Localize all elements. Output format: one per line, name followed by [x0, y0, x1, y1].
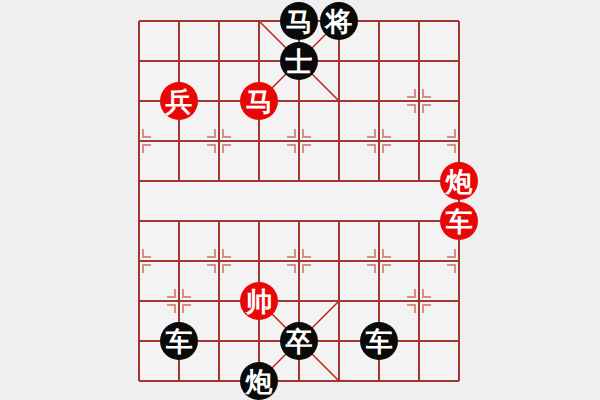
black-chariot-right-cell: 车: [359, 321, 399, 361]
black-general[interactable]: 将: [320, 2, 358, 40]
black-advisor[interactable]: 士: [280, 42, 318, 80]
red-chariot-cell: 车: [439, 201, 479, 241]
red-general[interactable]: 帅: [240, 282, 278, 320]
red-horse[interactable]: 马: [240, 82, 278, 120]
black-chariot-left-cell: 车: [159, 321, 199, 361]
black-chariot-left[interactable]: 车: [160, 322, 198, 360]
black-chariot-right[interactable]: 车: [360, 322, 398, 360]
red-soldier-cell: 兵: [159, 81, 199, 121]
black-soldier[interactable]: 卒: [280, 322, 318, 360]
red-cannon[interactable]: 炮: [440, 162, 478, 200]
black-advisor-cell: 士: [279, 41, 319, 81]
red-cannon-cell: 炮: [439, 161, 479, 201]
black-horse-cell: 马: [279, 1, 319, 41]
red-soldier[interactable]: 兵: [160, 82, 198, 120]
red-chariot[interactable]: 车: [440, 202, 478, 240]
red-general-cell: 帅: [239, 281, 279, 321]
red-horse-cell: 马: [239, 81, 279, 121]
black-general-cell: 将: [319, 1, 359, 41]
board-intersections: 马将士兵马炮车帅车卒车炮: [119, 1, 479, 400]
black-cannon-cell: 炮: [239, 361, 279, 400]
black-soldier-cell: 卒: [279, 321, 319, 361]
black-horse[interactable]: 马: [280, 2, 318, 40]
xiangqi-board: 马将士兵马炮车帅车卒车炮: [0, 0, 600, 400]
black-cannon[interactable]: 炮: [240, 362, 278, 400]
